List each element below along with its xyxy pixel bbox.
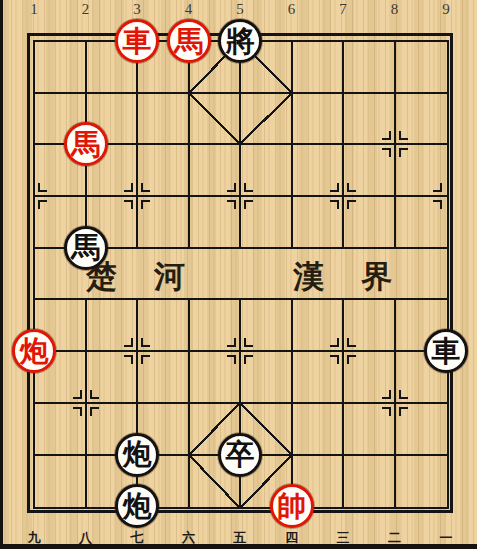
file-label-top-9: 9	[433, 1, 459, 18]
point-marker	[382, 131, 391, 140]
point-marker	[124, 183, 133, 192]
point-marker	[330, 355, 339, 364]
board-cell	[293, 404, 345, 456]
point-marker	[227, 200, 236, 209]
file-label-bottom-4: 六	[176, 529, 202, 547]
board-cell	[241, 249, 293, 301]
board-cell	[344, 456, 396, 508]
board-cell	[293, 94, 345, 146]
point-marker	[124, 338, 133, 347]
point-marker	[124, 355, 133, 364]
piece-red-cannon[interactable]: 炮	[12, 329, 56, 373]
piece-black-horse[interactable]: 馬	[64, 226, 108, 270]
point-marker	[38, 200, 47, 209]
file-label-top-8: 8	[382, 1, 408, 18]
point-marker	[244, 200, 253, 209]
point-marker	[382, 148, 391, 157]
board-cell	[396, 42, 448, 94]
point-marker	[330, 200, 339, 209]
point-marker	[141, 200, 150, 209]
board-cell	[241, 94, 293, 146]
file-label-top-2: 2	[73, 1, 99, 18]
point-marker	[399, 407, 408, 416]
point-marker	[244, 183, 253, 192]
file-label-bottom-3: 七	[124, 529, 150, 547]
point-marker	[227, 355, 236, 364]
piece-red-chariot[interactable]: 車	[115, 19, 159, 63]
river-label-right: 漢界	[293, 259, 429, 293]
board-cell	[190, 94, 242, 146]
file-label-top-3: 3	[124, 1, 150, 18]
file-label-top-1: 1	[21, 1, 47, 18]
xiangqi-board: 楚河 漢界 123456789 九八七六五四三二一 車馬將馬馬炮車炮卒炮帥	[0, 0, 477, 549]
piece-black-soldier[interactable]: 卒	[218, 433, 262, 477]
piece-black-chariot[interactable]: 車	[424, 329, 468, 373]
point-marker	[227, 338, 236, 347]
piece-black-general[interactable]: 將	[218, 19, 262, 63]
point-marker	[347, 338, 356, 347]
point-marker	[244, 355, 253, 364]
file-label-top-6: 6	[279, 1, 305, 18]
point-marker	[227, 183, 236, 192]
board-cell	[293, 42, 345, 94]
file-label-bottom-8: 二	[382, 529, 408, 547]
point-marker	[90, 390, 99, 399]
point-marker	[347, 183, 356, 192]
point-marker	[399, 148, 408, 157]
piece-black-cannon[interactable]: 炮	[115, 484, 159, 528]
file-label-top-5: 5	[227, 1, 253, 18]
point-marker	[347, 200, 356, 209]
point-marker	[141, 338, 150, 347]
point-marker	[330, 183, 339, 192]
point-marker	[141, 183, 150, 192]
point-marker	[382, 390, 391, 399]
point-marker	[90, 407, 99, 416]
river-label-left: 楚河	[86, 259, 222, 293]
board-cell	[35, 42, 87, 94]
file-label-bottom-2: 八	[73, 529, 99, 547]
board-cell	[344, 42, 396, 94]
file-label-bottom-1: 九	[21, 529, 47, 547]
piece-black-cannon[interactable]: 炮	[115, 433, 159, 477]
point-marker	[399, 131, 408, 140]
file-label-top-4: 4	[176, 1, 202, 18]
point-marker	[433, 183, 442, 192]
point-marker	[347, 355, 356, 364]
point-marker	[433, 200, 442, 209]
point-marker	[38, 183, 47, 192]
piece-red-general[interactable]: 帥	[270, 484, 314, 528]
point-marker	[124, 200, 133, 209]
file-label-top-7: 7	[330, 1, 356, 18]
file-label-bottom-6: 四	[279, 529, 305, 547]
piece-red-horse[interactable]: 馬	[167, 19, 211, 63]
screen-edge-left	[0, 0, 3, 549]
point-marker	[382, 407, 391, 416]
file-label-bottom-9: 一	[433, 529, 459, 547]
point-marker	[73, 390, 82, 399]
point-marker	[244, 338, 253, 347]
point-marker	[141, 355, 150, 364]
file-label-bottom-5: 五	[227, 529, 253, 547]
board-cell	[35, 456, 87, 508]
point-marker	[73, 407, 82, 416]
piece-red-horse[interactable]: 馬	[64, 122, 108, 166]
file-label-bottom-7: 三	[330, 529, 356, 547]
board-cell	[138, 94, 190, 146]
point-marker	[330, 338, 339, 347]
point-marker	[399, 390, 408, 399]
board-cell	[396, 456, 448, 508]
